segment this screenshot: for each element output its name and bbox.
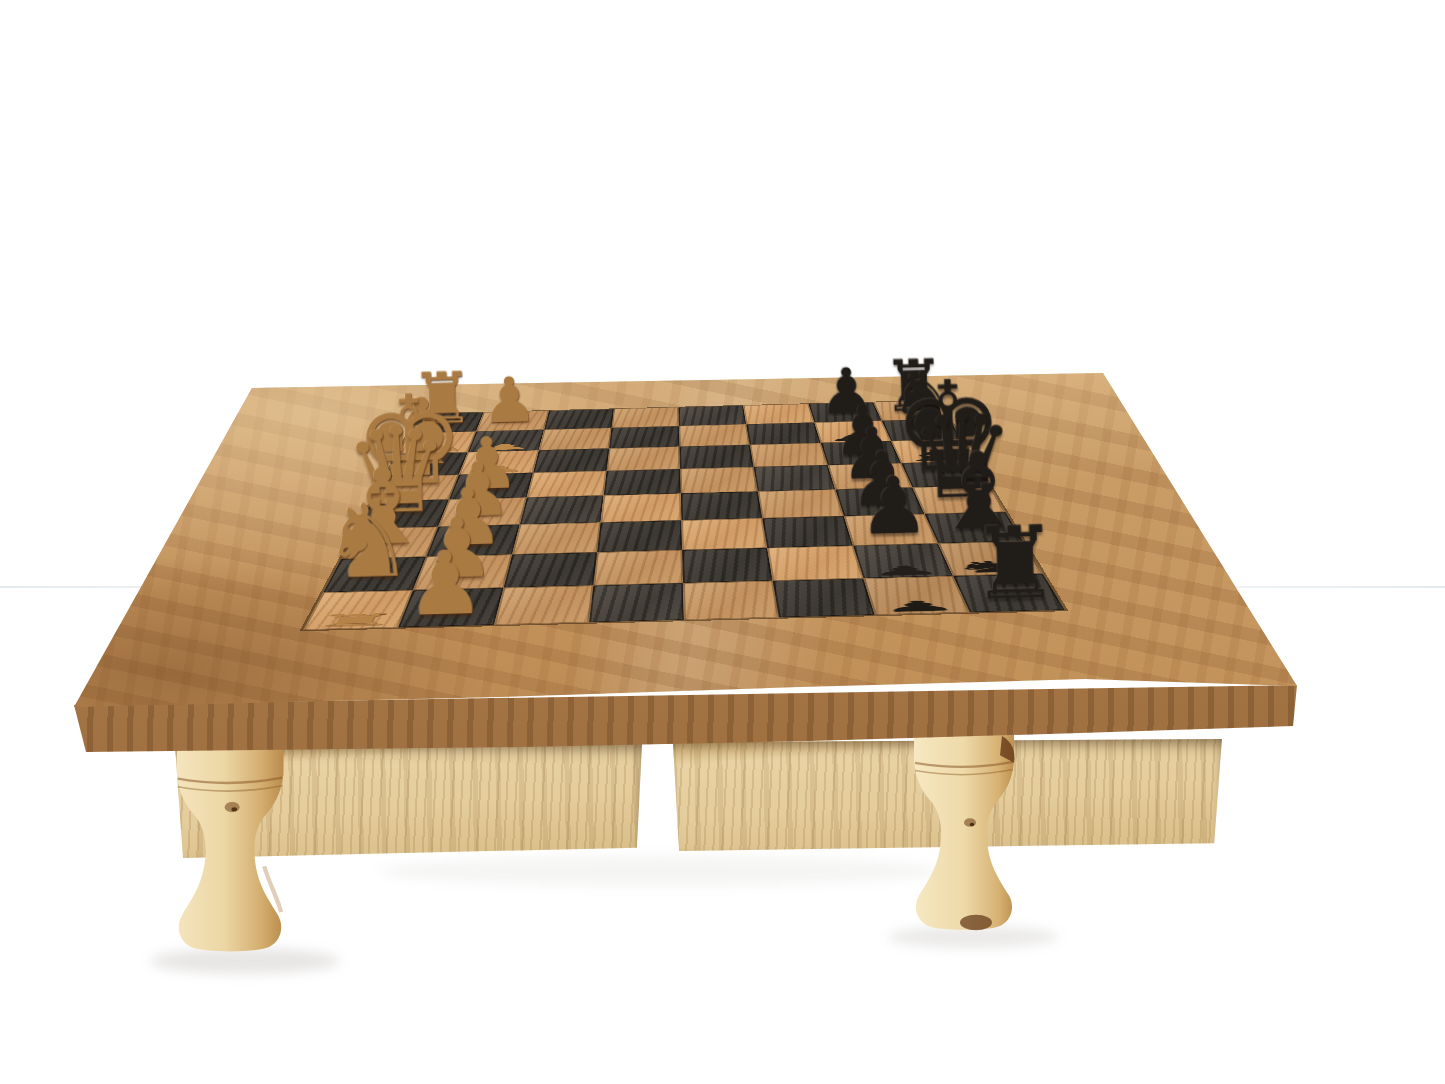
square-h6[interactable] [743,404,814,424]
square-g3[interactable] [538,428,611,450]
floor-shadow-center [380,856,940,886]
piece-white-knight[interactable]: ♞ [320,493,414,592]
table-leg-front-right [904,734,1024,936]
square-c4[interactable] [597,520,682,552]
square-h4[interactable] [611,407,679,428]
square-g6[interactable] [746,423,820,445]
square-c6[interactable] [762,516,852,548]
square-e4[interactable] [604,469,681,495]
square-d3[interactable] [519,495,603,524]
piece-black-pawn[interactable]: ♟ [858,468,930,545]
square-b3[interactable] [503,552,597,587]
chess-board-wrap: ♜♟♟♜♞♟♟♞♝♟♟♝♚♟♟♚♛♟♟♛♝♟♟♝♞♟♟♞♜♟♟♜ [303,400,1065,630]
square-f6[interactable] [750,443,827,467]
square-h5[interactable] [678,406,746,427]
square-b5[interactable] [682,548,773,583]
chess-board[interactable]: ♜♟♟♜♞♟♟♞♝♟♟♝♚♟♟♚♛♟♟♛♝♟♟♝♞♟♟♞♜♟♟♜ [303,400,1065,630]
square-c7[interactable]: ♟ [843,514,938,546]
square-a4[interactable] [589,583,684,622]
square-c3[interactable] [512,522,601,554]
square-a2[interactable]: ♟ [398,588,503,628]
square-b6[interactable] [767,546,863,581]
piece-white-rook[interactable]: ♜ [306,611,402,629]
square-e3[interactable] [526,471,606,498]
square-a3[interactable] [494,585,594,625]
square-d4[interactable] [600,493,681,522]
square-f3[interactable] [533,448,609,472]
square-g4[interactable] [609,426,679,448]
table-leg-front-left [166,744,294,958]
square-a6[interactable] [773,578,874,617]
piece-black-pawn[interactable]: ♟ [867,564,945,578]
square-g5[interactable] [679,424,750,446]
square-b7[interactable]: ♟ [853,543,953,578]
square-a7[interactable]: ♟ [863,576,970,615]
square-f5[interactable] [679,445,753,469]
square-h3[interactable] [544,409,614,430]
square-a5[interactable] [683,581,779,620]
square-c5[interactable] [681,518,767,550]
square-d6[interactable] [758,489,844,518]
square-f4[interactable] [606,447,680,471]
piece-white-pawn[interactable]: ♟ [405,541,486,627]
square-a8[interactable]: ♜ [953,574,1065,613]
piece-black-pawn[interactable]: ♟ [878,599,961,614]
chess-table-scene: Handmade olive wood chess table with a l… [0,0,1445,1084]
square-e6[interactable] [754,465,835,491]
piece-black-rook[interactable]: ♜ [970,514,1062,611]
square-e5[interactable] [680,467,758,493]
square-b4[interactable] [593,550,683,585]
square-d5[interactable] [681,491,763,520]
